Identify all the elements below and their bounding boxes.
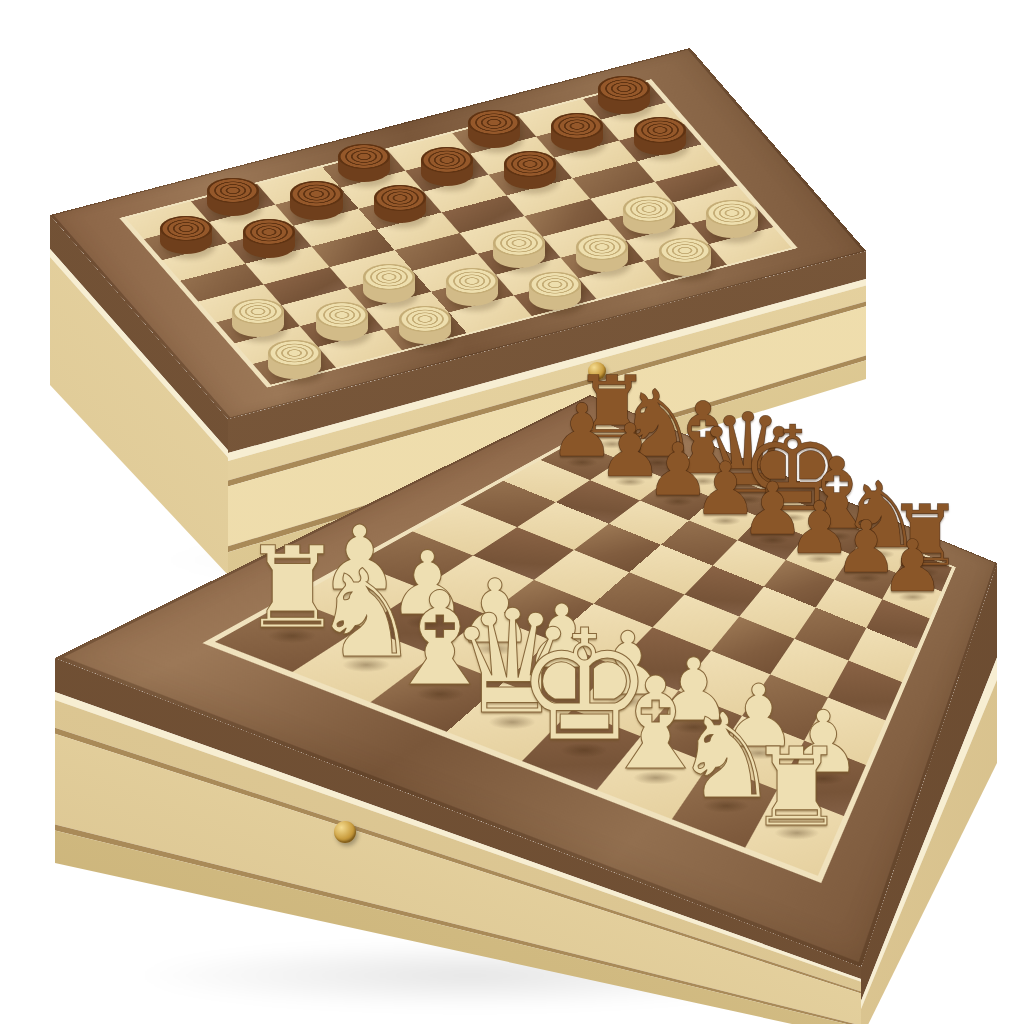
chess-piece-white-rook-h1[interactable]: ♜	[748, 734, 845, 842]
chess-box: ♜♞♝♛♚♝♞♜♟♟♟♟♟♟♟♟♟♟♟♟♟♟♟♟♜♞♝♛♚♝♞♜	[0, 0, 1024, 1024]
chess-piece-black-pawn-h7[interactable]: ♟	[880, 530, 945, 602]
product-photo-scene: ♜♞♝♛♚♝♞♜♟♟♟♟♟♟♟♟♟♟♟♟♟♟♟♟♜♞♝♛♚♝♞♜	[0, 0, 1024, 1024]
chess-drawer-knob[interactable]	[334, 821, 356, 843]
